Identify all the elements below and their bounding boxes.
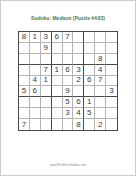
sudoku-cell-r3c4	[52, 54, 63, 65]
sudoku-cell-r3c9	[106, 54, 117, 65]
sudoku-cell-r7c2	[30, 97, 41, 108]
sudoku-cell-r1c3: 3	[41, 32, 52, 43]
sudoku-cell-r2c2	[30, 43, 41, 54]
sudoku-cell-r4c5: 6	[63, 65, 74, 76]
sudoku-cell-r1c1: 8	[19, 32, 30, 43]
sudoku-cell-r2c9	[106, 43, 117, 54]
sudoku-cell-r2c7	[84, 43, 95, 54]
sudoku-cell-r5c5	[63, 76, 74, 87]
sudoku-cell-r9c9	[106, 119, 117, 130]
puzzle-title: Sudoku: Medium (Puzzle #A83)	[1, 15, 135, 21]
sudoku-cell-r1c8	[95, 32, 106, 43]
sudoku-cell-r5c7: 6	[84, 76, 95, 87]
sudoku-cell-r8c5: 3	[63, 108, 74, 119]
sudoku-cell-r1c9	[106, 32, 117, 43]
sudoku-cell-r9c1: 7	[19, 119, 30, 130]
sudoku-cell-r4c7	[84, 65, 95, 76]
sudoku-cell-r6c3	[41, 86, 52, 97]
sudoku-cell-r8c4	[52, 108, 63, 119]
sudoku-cell-r6c7	[84, 86, 95, 97]
sudoku-cell-r8c9	[106, 108, 117, 119]
sudoku-cell-r2c5	[63, 43, 74, 54]
sudoku-cell-r4c8: 4	[95, 65, 106, 76]
sudoku-cell-r5c8: 7	[95, 76, 106, 87]
sudoku-cell-r7c5: 5	[63, 97, 74, 108]
sudoku-cell-r5c4	[52, 76, 63, 87]
sudoku-cell-r4c3: 7	[41, 65, 52, 76]
sudoku-cell-r3c5	[63, 54, 74, 65]
sudoku-cell-r6c2: 6	[30, 86, 41, 97]
puzzle-page: Sudoku: Medium (Puzzle #A83) 81367987163…	[0, 0, 136, 176]
sudoku-cell-r9c3	[41, 119, 52, 130]
sudoku-cell-r9c2	[30, 119, 41, 130]
sudoku-cell-r7c6: 6	[73, 97, 84, 108]
sudoku-cell-r2c4	[52, 43, 63, 54]
sudoku-cell-r5c1	[19, 76, 30, 87]
sudoku-cell-r6c5: 9	[63, 86, 74, 97]
sudoku-cell-r9c5	[63, 119, 74, 130]
sudoku-cell-r2c3: 9	[41, 43, 52, 54]
sudoku-cell-r2c8	[95, 43, 106, 54]
sudoku-cell-r7c7: 1	[84, 97, 95, 108]
sudoku-cell-r9c4	[52, 119, 63, 130]
sudoku-cell-r1c4: 6	[52, 32, 63, 43]
sudoku-cell-r5c3: 1	[41, 76, 52, 87]
sudoku-cell-r2c1	[19, 43, 30, 54]
sudoku-cell-r9c8: 2	[95, 119, 106, 130]
sudoku-cell-r7c3	[41, 97, 52, 108]
sudoku-cell-r8c8	[95, 108, 106, 119]
sudoku-cell-r4c6: 3	[73, 65, 84, 76]
sudoku-cell-r3c6	[73, 54, 84, 65]
sudoku-cell-r3c7	[84, 54, 95, 65]
sudoku-cell-r6c4	[52, 86, 63, 97]
sudoku-cell-r1c7	[84, 32, 95, 43]
sudoku-cell-r7c9	[106, 97, 117, 108]
sudoku-cell-r3c3	[41, 54, 52, 65]
sudoku-cell-r9c7	[84, 119, 95, 130]
sudoku-cell-r3c2	[30, 54, 41, 65]
sudoku-cell-r1c6	[73, 32, 84, 43]
sudoku-cell-r8c2	[30, 108, 41, 119]
sudoku-cell-r4c2	[30, 65, 41, 76]
sudoku-cell-r7c1	[19, 97, 30, 108]
sudoku-cell-r3c8: 8	[95, 54, 106, 65]
sudoku-cell-r2c6	[73, 43, 84, 54]
sudoku-cell-r7c8	[95, 97, 106, 108]
sudoku-cell-r6c9: 3	[106, 86, 117, 97]
sudoku-cell-r9c6: 8	[73, 119, 84, 130]
sudoku-cell-r8c3	[41, 108, 52, 119]
sudoku-cell-r4c1	[19, 65, 30, 76]
sudoku-cell-r6c8	[95, 86, 106, 97]
sudoku-cell-r1c5: 7	[63, 32, 74, 43]
sudoku-cell-r8c6: 4	[73, 108, 84, 119]
footer-url: www.PrintFreeSudoku.com	[1, 163, 135, 167]
sudoku-cell-r6c1: 5	[19, 86, 30, 97]
sudoku-cell-r4c9	[106, 65, 117, 76]
sudoku-cell-r1c2: 1	[30, 32, 41, 43]
sudoku-cell-r3c1	[19, 54, 30, 65]
sudoku-cell-r8c7: 5	[84, 108, 95, 119]
sudoku-cell-r5c6: 2	[73, 76, 84, 87]
sudoku-cell-r7c4	[52, 97, 63, 108]
sudoku-cell-r6c6	[73, 86, 84, 97]
sudoku-cell-r4c4: 1	[52, 65, 63, 76]
sudoku-board: 813679871634412675693561345782	[18, 31, 118, 131]
sudoku-cell-r5c9	[106, 76, 117, 87]
sudoku-cell-r8c1	[19, 108, 30, 119]
sudoku-cell-r5c2: 4	[30, 76, 41, 87]
